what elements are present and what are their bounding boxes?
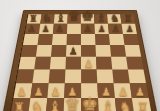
square-d6[interactable] (66, 34, 81, 45)
white-rook-a1: ♜ (11, 101, 29, 111)
square-a7[interactable]: ♟ (25, 23, 40, 33)
square-h5[interactable] (124, 45, 141, 57)
black-pawn-c7: ♟ (53, 24, 67, 33)
black-bishop-c8: ♝ (54, 12, 68, 24)
square-d2[interactable]: ♟ (64, 83, 81, 98)
white-knight-b1: ♞ (28, 99, 46, 111)
black-pawn-e7: ♟ (81, 24, 95, 33)
square-b2[interactable]: ♟ (30, 83, 48, 98)
white-pawn-d2: ♟ (64, 86, 81, 97)
black-king-e8: ♚ (81, 9, 95, 23)
square-c3[interactable] (49, 69, 66, 83)
square-e4[interactable]: ♟ (81, 56, 97, 69)
white-king-e1: ♚ (81, 95, 99, 111)
square-c4[interactable] (50, 56, 66, 69)
square-h7[interactable]: ♟ (122, 23, 137, 33)
white-pawn-c2: ♟ (47, 86, 64, 97)
black-pawn-h7: ♟ (123, 24, 137, 33)
black-pawn-f7: ♟ (95, 24, 109, 33)
square-e1[interactable]: ♚ (81, 97, 99, 111)
square-h4[interactable] (126, 56, 143, 69)
white-pawn-f2: ♟ (98, 86, 115, 97)
square-g4[interactable] (111, 56, 128, 69)
square-b5[interactable] (36, 45, 52, 57)
square-d7[interactable] (67, 23, 81, 33)
white-bishop-f1: ♝ (99, 98, 117, 111)
square-a2[interactable]: ♟ (14, 83, 33, 98)
square-a3[interactable] (16, 69, 34, 83)
square-c7[interactable]: ♟ (53, 23, 67, 33)
chess-board: ♜♞♝♛♚♝♞♜♟♟♟♟♟♟♟♟♟♟♟♟♟♟♟♟♜♞♝♛♚♝♞♜ (9, 13, 150, 111)
square-h2[interactable]: ♟ (130, 83, 149, 98)
square-f1[interactable]: ♝ (98, 97, 116, 111)
square-b4[interactable] (34, 56, 51, 69)
square-a5[interactable] (21, 45, 38, 57)
black-knight-b8: ♞ (40, 13, 54, 24)
square-a1[interactable]: ♜ (11, 97, 31, 111)
square-e8[interactable]: ♚ (81, 14, 95, 24)
square-a6[interactable] (23, 34, 39, 45)
square-f6[interactable] (95, 34, 110, 45)
square-b6[interactable] (37, 34, 52, 45)
square-c5[interactable] (51, 45, 67, 57)
square-e7[interactable]: ♟ (81, 23, 95, 33)
square-d3[interactable] (65, 69, 81, 83)
square-e6[interactable] (81, 34, 96, 45)
square-h3[interactable] (128, 69, 146, 83)
square-e5[interactable] (81, 45, 96, 57)
square-h6[interactable] (123, 34, 139, 45)
square-d4[interactable] (65, 56, 81, 69)
black-rook-h8: ♜ (122, 13, 136, 23)
square-e2[interactable] (81, 83, 98, 98)
square-h1[interactable]: ♜ (132, 97, 152, 111)
square-f4[interactable] (96, 56, 112, 69)
white-queen-d1: ♛ (64, 96, 82, 111)
square-d5[interactable]: ♟ (66, 45, 81, 57)
square-f5[interactable] (95, 45, 111, 57)
white-rook-h1: ♜ (134, 101, 152, 111)
square-c8[interactable]: ♝ (54, 14, 68, 24)
square-f2[interactable]: ♟ (97, 83, 115, 98)
square-a4[interactable] (19, 56, 36, 69)
white-pawn-g2: ♟ (115, 86, 132, 97)
black-bishop-f8: ♝ (94, 12, 108, 24)
photo-background: ♜♞♝♛♚♝♞♜♟♟♟♟♟♟♟♟♟♟♟♟♟♟♟♟♜♞♝♛♚♝♞♜ (0, 0, 160, 111)
white-pawn-b2: ♟ (30, 86, 47, 97)
square-a8[interactable]: ♜ (27, 14, 42, 24)
square-f7[interactable]: ♟ (94, 23, 109, 33)
square-c6[interactable] (52, 34, 67, 45)
square-c2[interactable]: ♟ (47, 83, 65, 98)
black-pawn-a7: ♟ (25, 24, 39, 33)
black-pawn-b7: ♟ (39, 24, 53, 33)
square-f8[interactable]: ♝ (94, 14, 108, 24)
square-b7[interactable]: ♟ (39, 23, 54, 33)
square-d1[interactable]: ♛ (64, 97, 82, 111)
black-rook-a8: ♜ (27, 13, 41, 23)
square-c1[interactable]: ♝ (46, 97, 64, 111)
square-b1[interactable]: ♞ (28, 97, 47, 111)
white-pawn-e4: ♟ (81, 59, 97, 69)
square-b8[interactable]: ♞ (40, 14, 54, 24)
square-f3[interactable] (97, 69, 114, 83)
chess-board-frame: ♜♞♝♛♚♝♞♜♟♟♟♟♟♟♟♟♟♟♟♟♟♟♟♟♜♞♝♛♚♝♞♜ (1, 10, 158, 111)
square-b3[interactable] (32, 69, 49, 83)
black-pawn-d5: ♟ (66, 46, 81, 56)
square-d8[interactable]: ♛ (67, 14, 81, 24)
white-bishop-c1: ♝ (46, 98, 64, 111)
square-h8[interactable]: ♜ (120, 14, 135, 24)
square-e3[interactable] (81, 69, 97, 83)
white-pawn-h2: ♟ (132, 86, 149, 97)
black-queen-d8: ♛ (67, 10, 81, 24)
white-pawn-a2: ♟ (14, 86, 31, 97)
